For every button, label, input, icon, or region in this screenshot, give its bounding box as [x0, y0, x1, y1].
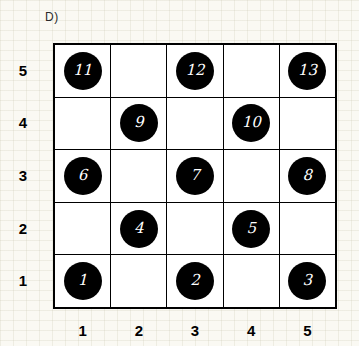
col-label-5: 5 [295, 321, 319, 341]
col-label-2: 2 [127, 321, 151, 341]
puzzle-board: 11121391067845123 [53, 43, 337, 309]
cell-r4c5 [280, 98, 335, 150]
cell-r3c2 [111, 150, 166, 202]
cell-r1c1: 1 [55, 255, 110, 307]
disc-13: 13 [288, 52, 326, 90]
cell-r1c4 [224, 255, 279, 307]
col-label-1: 1 [71, 321, 95, 341]
disc-2: 2 [176, 262, 214, 300]
disc-3: 3 [288, 262, 326, 300]
disc-9: 9 [120, 104, 158, 142]
row-label-1: 1 [11, 271, 35, 291]
row-label-4: 4 [11, 113, 35, 133]
disc-11: 11 [64, 52, 102, 90]
cell-r3c1: 6 [55, 150, 110, 202]
row-label-2: 2 [11, 219, 35, 239]
cell-r2c5 [280, 203, 335, 255]
cell-r5c4 [224, 45, 279, 97]
cell-r2c4: 5 [224, 203, 279, 255]
disc-7: 7 [176, 157, 214, 195]
cell-r5c3: 12 [167, 45, 222, 97]
row-label-3: 3 [11, 166, 35, 186]
col-label-3: 3 [183, 321, 207, 341]
disc-12: 12 [176, 52, 214, 90]
disc-4: 4 [120, 210, 158, 248]
col-label-4: 4 [239, 321, 263, 341]
cell-r3c5: 8 [280, 150, 335, 202]
cell-r4c4: 10 [224, 98, 279, 150]
disc-8: 8 [288, 157, 326, 195]
cell-r1c5: 3 [280, 255, 335, 307]
cell-r4c1 [55, 98, 110, 150]
cell-r3c3: 7 [167, 150, 222, 202]
cell-r1c2 [111, 255, 166, 307]
worksheet-screen: D) 11121391067845123 54321 12345 [0, 0, 359, 346]
disc-5: 5 [232, 210, 270, 248]
disc-10: 10 [232, 104, 270, 142]
cell-r1c3: 2 [167, 255, 222, 307]
cell-r5c1: 11 [55, 45, 110, 97]
variant-label: D) [45, 10, 59, 24]
cell-r4c3 [167, 98, 222, 150]
disc-6: 6 [64, 157, 102, 195]
cell-r2c2: 4 [111, 203, 166, 255]
cell-r2c1 [55, 203, 110, 255]
row-label-5: 5 [11, 61, 35, 81]
cell-r5c5: 13 [280, 45, 335, 97]
cell-r5c2 [111, 45, 166, 97]
cell-r2c3 [167, 203, 222, 255]
cell-r3c4 [224, 150, 279, 202]
disc-1: 1 [64, 262, 102, 300]
cell-r4c2: 9 [111, 98, 166, 150]
